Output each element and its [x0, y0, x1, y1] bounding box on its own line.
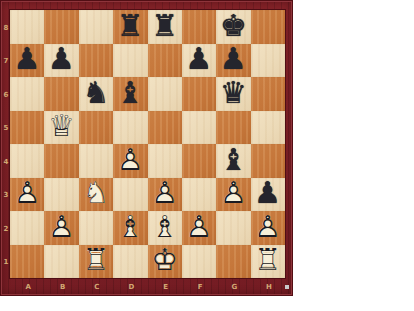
- file-label-d: D: [114, 278, 148, 295]
- square-h8: [251, 10, 285, 44]
- square-h7: [251, 44, 285, 78]
- square-b7: ♟: [44, 44, 78, 78]
- file-label-e: E: [149, 278, 183, 295]
- square-f8: [182, 10, 216, 44]
- square-h5: [251, 111, 285, 145]
- square-g3: ♟♙: [216, 178, 250, 212]
- rank-label-1: 1: [1, 246, 11, 280]
- rank-labels: 87654321: [1, 11, 11, 279]
- rank-label-5: 5: [1, 112, 11, 146]
- file-label-b: B: [45, 278, 79, 295]
- square-f6: [182, 77, 216, 111]
- rank-label-7: 7: [1, 45, 11, 79]
- square-b4: [44, 144, 78, 178]
- piece-white-queen: ♛♕: [44, 111, 78, 145]
- piece-black-rook: ♜: [148, 10, 182, 44]
- rank-label-4: 4: [1, 145, 11, 179]
- square-g7: ♟: [216, 44, 250, 78]
- square-g1: [216, 245, 250, 279]
- square-d2: ♝♗: [113, 211, 147, 245]
- piece-black-bishop: ♝: [113, 77, 147, 111]
- square-e3: ♟♙: [148, 178, 182, 212]
- square-a5: [10, 111, 44, 145]
- square-c1: ♜♖: [79, 245, 113, 279]
- file-label-a: A: [11, 278, 45, 295]
- square-c7: [79, 44, 113, 78]
- square-f1: [182, 245, 216, 279]
- piece-black-queen: ♛: [216, 77, 250, 111]
- square-b2: ♟♙: [44, 211, 78, 245]
- piece-black-pawn: ♟: [182, 44, 216, 78]
- square-a4: [10, 144, 44, 178]
- square-d1: [113, 245, 147, 279]
- square-b6: [44, 77, 78, 111]
- square-a2: [10, 211, 44, 245]
- piece-white-pawn: ♟♙: [113, 144, 147, 178]
- square-c4: [79, 144, 113, 178]
- square-e5: [148, 111, 182, 145]
- piece-white-pawn: ♟♙: [148, 178, 182, 212]
- rank-label-2: 2: [1, 212, 11, 246]
- piece-white-bishop: ♝♗: [148, 211, 182, 245]
- rank-label-3: 3: [1, 179, 11, 213]
- board-corner-dot-icon: [285, 285, 289, 289]
- square-b8: [44, 10, 78, 44]
- square-e8: ♜: [148, 10, 182, 44]
- square-a3: ♟♙: [10, 178, 44, 212]
- square-c3: ♞♘: [79, 178, 113, 212]
- square-f7: ♟: [182, 44, 216, 78]
- square-e2: ♝♗: [148, 211, 182, 245]
- square-c2: [79, 211, 113, 245]
- piece-white-knight: ♞♘: [79, 178, 113, 212]
- piece-white-rook: ♜♖: [79, 245, 113, 279]
- square-c6: ♞: [79, 77, 113, 111]
- square-a8: [10, 10, 44, 44]
- file-label-c: C: [80, 278, 114, 295]
- square-g8: ♚: [216, 10, 250, 44]
- square-a6: [10, 77, 44, 111]
- file-labels: ABCDEFGH: [11, 278, 286, 295]
- file-label-h: H: [252, 278, 286, 295]
- piece-black-pawn: ♟: [44, 44, 78, 78]
- square-h3: ♟: [251, 178, 285, 212]
- square-f2: ♟♙: [182, 211, 216, 245]
- piece-white-pawn: ♟♙: [182, 211, 216, 245]
- piece-white-pawn: ♟♙: [44, 211, 78, 245]
- square-d4: ♟♙: [113, 144, 147, 178]
- square-h1: ♜♖: [251, 245, 285, 279]
- piece-black-pawn: ♟: [10, 44, 44, 78]
- square-b1: [44, 245, 78, 279]
- board-grid: ♜♜♚♟♟♟♟♞♝♛♛♕♟♙♝♟♙♞♘♟♙♟♙♟♟♙♝♗♝♗♟♙♟♙♜♖♚♔♜♖: [10, 10, 285, 278]
- piece-white-king: ♚♔: [148, 245, 182, 279]
- square-b5: ♛♕: [44, 111, 78, 145]
- square-g6: ♛: [216, 77, 250, 111]
- rank-label-6: 6: [1, 78, 11, 112]
- square-c8: [79, 10, 113, 44]
- square-d7: [113, 44, 147, 78]
- piece-white-pawn: ♟♙: [10, 178, 44, 212]
- square-a7: ♟: [10, 44, 44, 78]
- square-f3: [182, 178, 216, 212]
- piece-white-rook: ♜♖: [251, 245, 285, 279]
- chess-board: ♜♜♚♟♟♟♟♞♝♛♛♕♟♙♝♟♙♞♘♟♙♟♙♟♟♙♝♗♝♗♟♙♟♙♜♖♚♔♜♖…: [0, 0, 293, 296]
- square-g2: [216, 211, 250, 245]
- square-e7: [148, 44, 182, 78]
- file-label-g: G: [217, 278, 251, 295]
- piece-black-king: ♚: [216, 10, 250, 44]
- square-h6: [251, 77, 285, 111]
- piece-white-bishop: ♝♗: [113, 211, 147, 245]
- piece-black-rook: ♜: [113, 10, 147, 44]
- square-g5: [216, 111, 250, 145]
- square-e6: [148, 77, 182, 111]
- square-h4: [251, 144, 285, 178]
- square-c5: [79, 111, 113, 145]
- square-d8: ♜: [113, 10, 147, 44]
- square-d6: ♝: [113, 77, 147, 111]
- piece-black-knight: ♞: [79, 77, 113, 111]
- piece-black-pawn: ♟: [251, 178, 285, 212]
- piece-white-pawn: ♟♙: [216, 178, 250, 212]
- square-g4: ♝: [216, 144, 250, 178]
- square-e4: [148, 144, 182, 178]
- square-f4: [182, 144, 216, 178]
- square-b3: [44, 178, 78, 212]
- square-f5: [182, 111, 216, 145]
- square-h2: ♟♙: [251, 211, 285, 245]
- square-e1: ♚♔: [148, 245, 182, 279]
- piece-black-bishop: ♝: [216, 144, 250, 178]
- file-label-f: F: [183, 278, 217, 295]
- square-d5: [113, 111, 147, 145]
- piece-black-pawn: ♟: [216, 44, 250, 78]
- square-d3: [113, 178, 147, 212]
- rank-label-8: 8: [1, 11, 11, 45]
- piece-white-pawn: ♟♙: [251, 211, 285, 245]
- square-a1: [10, 245, 44, 279]
